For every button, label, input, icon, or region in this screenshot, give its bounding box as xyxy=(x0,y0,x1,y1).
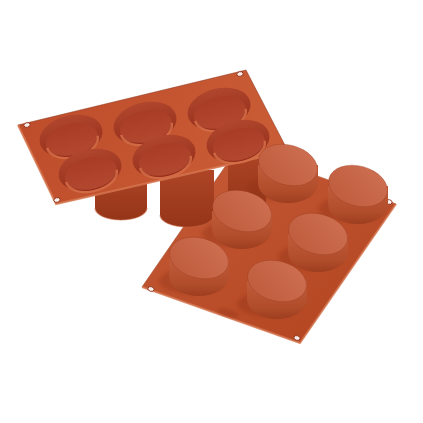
silicone-mold-product-photo xyxy=(0,0,423,423)
product-photo-stage xyxy=(0,0,423,423)
